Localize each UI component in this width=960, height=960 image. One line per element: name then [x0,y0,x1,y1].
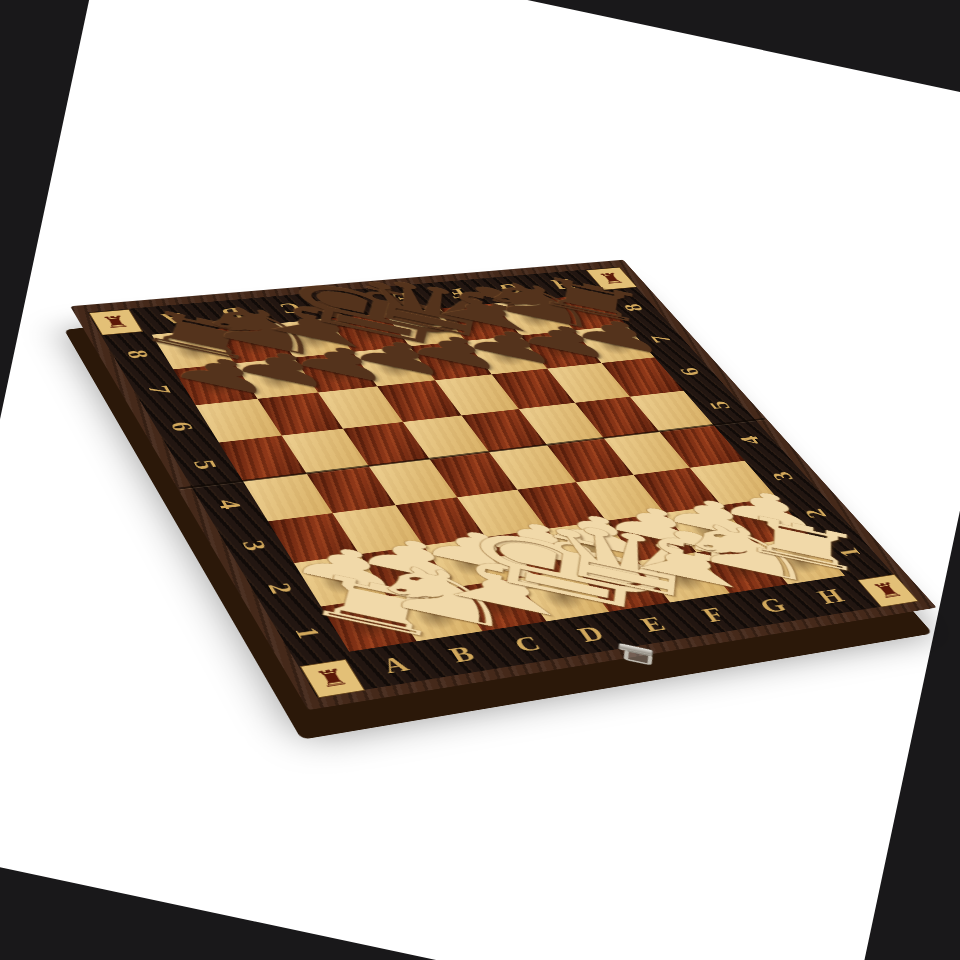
file-label-front-f: F [696,602,730,627]
corner-rook-emblem-a1: ♜ [300,659,366,698]
square-a3 [268,513,359,563]
rook-emblem-icon: ♜ [868,580,907,602]
square-d4 [430,452,518,497]
file-label-front-b: B [444,641,480,668]
file-label-front-c: C [508,631,545,657]
scene: AABBCCDDEEFFGGHH1122334455667788♜♜♜♜ ♜♞♝… [0,0,960,960]
file-label-front-g: G [753,593,792,618]
file-label-front-a: A [376,651,414,678]
file-label-front-e: E [635,611,671,636]
square-c1 [452,578,546,631]
pieces-layer: ♜♞♝♚♛♝♞♜♟♟♟♟♟♟♟♟♟♟♟♟♟♟♟♟♜♞♝♚♛♝♞♜ [70,260,623,307]
rank-label-left-3: 3 [235,538,275,552]
rook-emblem-icon: ♜ [99,313,133,331]
file-label-front-h: H [811,584,849,608]
rank-label-left-7: 7 [141,384,178,395]
square-b4 [307,466,396,513]
rook-emblem-icon: ♜ [312,665,353,691]
square-a4 [243,474,333,522]
file-label-front-d: D [572,621,609,647]
square-a1 [321,597,417,652]
square-b5 [282,429,369,474]
rank-label-left-2: 2 [261,581,302,596]
rank-label-left-5: 5 [186,458,225,471]
photo-backdrop: AABBCCDDEEFFGGHH1122334455667788♜♜♜♜ ♜♞♝… [0,0,960,960]
square-a6 [196,399,282,443]
corner-rook-emblem-h1: ♜ [857,574,918,607]
square-c4 [369,459,457,505]
product-photo: AABBCCDDEEFFGGHH1122334455667788♜♜♜♜ ♜♞♝… [0,0,960,960]
square-b1 [387,588,482,642]
square-a2 [294,554,387,606]
square-a5 [219,436,307,482]
rank-label-left-1: 1 [287,625,329,641]
square-d1 [516,570,610,622]
square-b3 [333,505,424,554]
rank-label-left-6: 6 [163,420,201,432]
chess-board: AABBCCDDEEFFGGHH1122334455667788♜♜♜♜ ♜♞♝… [70,260,937,711]
square-b2 [359,546,452,597]
rank-label-left-4: 4 [210,498,249,511]
